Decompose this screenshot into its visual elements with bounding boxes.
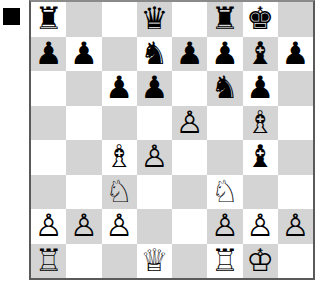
square-a1[interactable]: ♖ — [31, 244, 66, 279]
square-g3[interactable] — [243, 175, 278, 210]
square-d2[interactable] — [137, 209, 172, 244]
square-c7[interactable] — [102, 37, 137, 72]
square-b1[interactable] — [66, 244, 101, 279]
white-knight-f3[interactable]: ♘ — [211, 175, 239, 208]
chess-diagram: ♜♛♜♚♟♟♞♟♟♝♟♟♟♞♟♙♗♗♙♝♘♘♙♙♙♙♙♙♖♕♖♔ — [0, 0, 315, 285]
black-pawn-g6[interactable]: ♟ — [246, 71, 274, 104]
white-rook-f1[interactable]: ♖ — [211, 244, 239, 277]
square-g8[interactable]: ♚ — [243, 2, 278, 37]
black-knight-f6[interactable]: ♞ — [211, 71, 239, 104]
square-e1[interactable] — [172, 244, 207, 279]
square-c6[interactable]: ♟ — [102, 71, 137, 106]
white-king-g1[interactable]: ♔ — [246, 244, 274, 277]
square-e3[interactable] — [172, 175, 207, 210]
black-pawn-a7[interactable]: ♟ — [35, 37, 63, 70]
square-h7[interactable]: ♟ — [278, 37, 313, 72]
black-bishop-g4[interactable]: ♝ — [246, 140, 274, 173]
square-h8[interactable] — [278, 2, 313, 37]
square-f6[interactable]: ♞ — [207, 71, 242, 106]
square-d1[interactable]: ♕ — [137, 244, 172, 279]
square-c2[interactable]: ♙ — [102, 209, 137, 244]
white-pawn-c2[interactable]: ♙ — [105, 209, 133, 242]
square-b5[interactable] — [66, 106, 101, 141]
black-pawn-h7[interactable]: ♟ — [281, 37, 309, 70]
square-f4[interactable] — [207, 140, 242, 175]
square-g4[interactable]: ♝ — [243, 140, 278, 175]
square-b6[interactable] — [66, 71, 101, 106]
square-c3[interactable]: ♘ — [102, 175, 137, 210]
square-f7[interactable]: ♟ — [207, 37, 242, 72]
black-pawn-e7[interactable]: ♟ — [176, 37, 204, 70]
white-pawn-d4[interactable]: ♙ — [140, 140, 168, 173]
square-d5[interactable] — [137, 106, 172, 141]
white-bishop-g5[interactable]: ♗ — [246, 106, 274, 139]
square-b3[interactable] — [66, 175, 101, 210]
white-pawn-f2[interactable]: ♙ — [211, 209, 239, 242]
square-f8[interactable]: ♜ — [207, 2, 242, 37]
square-g5[interactable]: ♗ — [243, 106, 278, 141]
square-b4[interactable] — [66, 140, 101, 175]
square-b7[interactable]: ♟ — [66, 37, 101, 72]
square-a6[interactable] — [31, 71, 66, 106]
square-d3[interactable] — [137, 175, 172, 210]
square-h3[interactable] — [278, 175, 313, 210]
square-b2[interactable]: ♙ — [66, 209, 101, 244]
square-g7[interactable]: ♝ — [243, 37, 278, 72]
square-e7[interactable]: ♟ — [172, 37, 207, 72]
square-g1[interactable]: ♔ — [243, 244, 278, 279]
square-a2[interactable]: ♙ — [31, 209, 66, 244]
white-queen-d1[interactable]: ♕ — [140, 244, 168, 277]
square-g6[interactable]: ♟ — [243, 71, 278, 106]
chess-board: ♜♛♜♚♟♟♞♟♟♝♟♟♟♞♟♙♗♗♙♝♘♘♙♙♙♙♙♙♖♕♖♔ — [29, 0, 315, 280]
square-c5[interactable] — [102, 106, 137, 141]
white-pawn-b2[interactable]: ♙ — [70, 209, 98, 242]
square-h4[interactable] — [278, 140, 313, 175]
black-queen-d8[interactable]: ♛ — [140, 2, 168, 35]
square-f5[interactable] — [207, 106, 242, 141]
square-e6[interactable] — [172, 71, 207, 106]
black-bishop-g7[interactable]: ♝ — [246, 37, 274, 70]
square-c1[interactable] — [102, 244, 137, 279]
black-rook-a8[interactable]: ♜ — [35, 2, 63, 35]
square-h1[interactable] — [278, 244, 313, 279]
black-to-move-indicator-icon — [3, 8, 20, 25]
square-f2[interactable]: ♙ — [207, 209, 242, 244]
black-pawn-f7[interactable]: ♟ — [211, 37, 239, 70]
black-pawn-b7[interactable]: ♟ — [70, 37, 98, 70]
square-d6[interactable]: ♟ — [137, 71, 172, 106]
white-pawn-g2[interactable]: ♙ — [246, 209, 274, 242]
white-pawn-e5[interactable]: ♙ — [176, 106, 204, 139]
black-pawn-d6[interactable]: ♟ — [140, 71, 168, 104]
square-a8[interactable]: ♜ — [31, 2, 66, 37]
black-rook-f8[interactable]: ♜ — [211, 2, 239, 35]
square-d8[interactable]: ♛ — [137, 2, 172, 37]
square-d4[interactable]: ♙ — [137, 140, 172, 175]
square-b8[interactable] — [66, 2, 101, 37]
black-knight-d7[interactable]: ♞ — [140, 37, 168, 70]
black-pawn-c6[interactable]: ♟ — [105, 71, 133, 104]
square-a7[interactable]: ♟ — [31, 37, 66, 72]
black-king-g8[interactable]: ♚ — [246, 2, 274, 35]
square-a4[interactable] — [31, 140, 66, 175]
square-c4[interactable]: ♗ — [102, 140, 137, 175]
square-a5[interactable] — [31, 106, 66, 141]
white-pawn-a2[interactable]: ♙ — [35, 209, 63, 242]
square-h2[interactable]: ♙ — [278, 209, 313, 244]
square-f3[interactable]: ♘ — [207, 175, 242, 210]
white-pawn-h2[interactable]: ♙ — [281, 209, 309, 242]
square-g2[interactable]: ♙ — [243, 209, 278, 244]
square-c8[interactable] — [102, 2, 137, 37]
square-h6[interactable] — [278, 71, 313, 106]
square-e8[interactable] — [172, 2, 207, 37]
white-knight-c3[interactable]: ♘ — [105, 175, 133, 208]
square-d7[interactable]: ♞ — [137, 37, 172, 72]
square-f1[interactable]: ♖ — [207, 244, 242, 279]
square-e4[interactable] — [172, 140, 207, 175]
square-e5[interactable]: ♙ — [172, 106, 207, 141]
square-e2[interactable] — [172, 209, 207, 244]
white-rook-a1[interactable]: ♖ — [35, 244, 63, 277]
square-h5[interactable] — [278, 106, 313, 141]
white-bishop-c4[interactable]: ♗ — [105, 140, 133, 173]
square-a3[interactable] — [31, 175, 66, 210]
